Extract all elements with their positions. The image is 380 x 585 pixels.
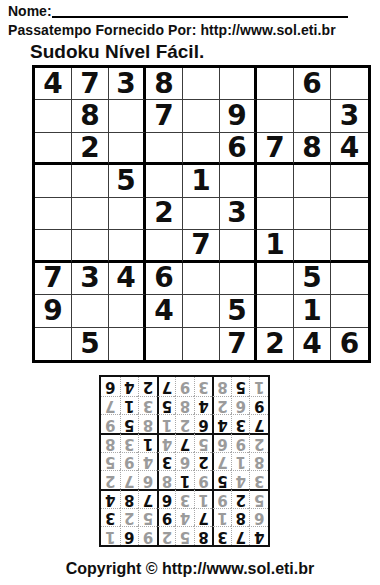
solution-cell-r9c1: 1: [249, 377, 268, 396]
cell-r9c2: 5: [72, 328, 109, 360]
sudoku-grid: 4738687932678451237173465945157246: [32, 65, 371, 363]
solution-cell-r8c5: 8: [175, 396, 194, 415]
cell-r7c3: 4: [109, 263, 146, 295]
solution-cell-r7c5: 2: [175, 414, 194, 433]
cell-r6c2[interactable]: [72, 230, 109, 262]
solution-cell-r8c9: 7: [101, 396, 120, 415]
cell-r1c5[interactable]: [183, 68, 220, 100]
cell-r6c9[interactable]: [331, 230, 368, 262]
cell-r2c2: 8: [72, 100, 109, 132]
cell-r8c5[interactable]: [183, 295, 220, 327]
solution-cell-r4c2: 4: [231, 470, 250, 489]
solution-cell-r6c6: 4: [157, 433, 176, 452]
cell-r4c4[interactable]: [146, 165, 183, 197]
solution-cell-r2c8: 2: [120, 508, 139, 527]
solution-cell-r2c2: 8: [231, 508, 250, 527]
solution-cell-r9c9: 6: [101, 377, 120, 396]
solution-cell-r9c6: 7: [157, 377, 176, 396]
solution-cell-r5c1: 8: [249, 452, 268, 471]
solution-cell-r8c4: 4: [194, 396, 213, 415]
solution-cell-r1c3: 3: [212, 526, 231, 545]
solution-cell-r9c7: 2: [138, 377, 157, 396]
solution-cell-r5c6: 3: [157, 452, 176, 471]
solution-cell-r1c6: 2: [157, 526, 176, 545]
cell-r1c1: 4: [35, 68, 72, 100]
solution-cell-r6c9: 8: [101, 433, 120, 452]
cell-r5c8[interactable]: [294, 198, 331, 230]
solution-cell-r4c5: 1: [175, 470, 194, 489]
name-blank-line[interactable]: [52, 3, 348, 18]
cell-r4c1[interactable]: [35, 165, 72, 197]
solution-cell-r3c2: 2: [231, 489, 250, 508]
cell-r1c4: 8: [146, 68, 183, 100]
cell-r2c3[interactable]: [109, 100, 146, 132]
cell-r4c9[interactable]: [331, 165, 368, 197]
cell-r4c5: 1: [183, 165, 220, 197]
solution-cell-r5c2: 1: [231, 452, 250, 471]
solution-cell-r8c1: 9: [249, 396, 268, 415]
solution-cell-r9c5: 9: [175, 377, 194, 396]
cell-r2c4: 7: [146, 100, 183, 132]
cell-r9c1[interactable]: [35, 328, 72, 360]
cell-r9c4[interactable]: [146, 328, 183, 360]
cell-r8c8: 1: [294, 295, 331, 327]
cell-r6c4[interactable]: [146, 230, 183, 262]
solution-cell-r2c9: 3: [101, 508, 120, 527]
cell-r3c2: 2: [72, 133, 109, 165]
solution-cell-r8c8: 1: [120, 396, 139, 415]
solution-cell-r8c2: 6: [231, 396, 250, 415]
cell-r9c9: 6: [331, 328, 368, 360]
cell-r8c3[interactable]: [109, 295, 146, 327]
solution-cell-r5c5: 6: [175, 452, 194, 471]
cell-r5c2[interactable]: [72, 198, 109, 230]
cell-r4c6[interactable]: [220, 165, 257, 197]
solution-cell-r6c1: 2: [249, 433, 268, 452]
page-title: Sudoku Nível Fácil.: [30, 41, 204, 63]
cell-r8c2[interactable]: [72, 295, 109, 327]
solution-cell-r9c4: 3: [194, 377, 213, 396]
cell-r5c6: 3: [220, 198, 257, 230]
cell-r2c8[interactable]: [294, 100, 331, 132]
solution-cell-r9c3: 8: [212, 377, 231, 396]
solution-cell-r3c9: 4: [101, 489, 120, 508]
solution-cell-r5c8: 9: [120, 452, 139, 471]
cell-r2c1[interactable]: [35, 100, 72, 132]
cell-r6c1[interactable]: [35, 230, 72, 262]
cell-r2c5[interactable]: [183, 100, 220, 132]
solution-cell-r2c4: 7: [194, 508, 213, 527]
cell-r6c5: 7: [183, 230, 220, 262]
solution-cell-r2c7: 5: [138, 508, 157, 527]
cell-r6c7: 1: [257, 230, 294, 262]
solution-cell-r7c8: 5: [120, 414, 139, 433]
cell-r7c6[interactable]: [220, 263, 257, 295]
cell-r7c7[interactable]: [257, 263, 294, 295]
solution-cell-r7c3: 4: [212, 414, 231, 433]
solution-cell-r3c8: 8: [120, 489, 139, 508]
solution-cell-r3c5: 3: [175, 489, 194, 508]
cell-r5c4: 2: [146, 198, 183, 230]
solution-cell-r2c1: 6: [249, 508, 268, 527]
cell-r8c4: 4: [146, 295, 183, 327]
cell-r9c6: 7: [220, 328, 257, 360]
solution-cell-r6c8: 3: [120, 433, 139, 452]
solution-cell-r7c6: 1: [157, 414, 176, 433]
solution-cell-r1c4: 8: [194, 526, 213, 545]
cell-r2c6: 9: [220, 100, 257, 132]
solution-cell-r7c9: 9: [101, 414, 120, 433]
solution-cell-r8c6: 5: [157, 396, 176, 415]
solution-cell-r2c6: 9: [157, 508, 176, 527]
cell-r7c5[interactable]: [183, 263, 220, 295]
solution-cell-r7c2: 3: [231, 414, 250, 433]
cell-r1c9[interactable]: [331, 68, 368, 100]
cell-r3c9: 4: [331, 133, 368, 165]
solution-cell-r5c4: 2: [194, 452, 213, 471]
cell-r6c6[interactable]: [220, 230, 257, 262]
cell-r9c7: 2: [257, 328, 294, 360]
cell-r5c9[interactable]: [331, 198, 368, 230]
cell-r2c9: 3: [331, 100, 368, 132]
copyright-text: Copyright © http://www.sol.eti.br: [0, 560, 380, 578]
solution-cell-r7c1: 7: [249, 414, 268, 433]
cell-r3c6: 6: [220, 133, 257, 165]
solution-cell-r3c3: 9: [212, 489, 231, 508]
solution-cell-r4c9: 2: [101, 470, 120, 489]
solution-cell-r3c6: 6: [157, 489, 176, 508]
solution-cell-r4c4: 9: [194, 470, 213, 489]
cell-r8c6: 5: [220, 295, 257, 327]
cell-r4c3: 5: [109, 165, 146, 197]
solution-cell-r4c8: 7: [120, 470, 139, 489]
solution-cell-r7c4: 6: [194, 414, 213, 433]
solution-grid: 4738529616817495235291367843459186728172…: [99, 375, 270, 547]
solution-cell-r1c2: 7: [231, 526, 250, 545]
cell-r4c7[interactable]: [257, 165, 294, 197]
cell-r3c4[interactable]: [146, 133, 183, 165]
cell-r7c9[interactable]: [331, 263, 368, 295]
solution-cell-r1c8: 6: [120, 526, 139, 545]
cell-r3c5[interactable]: [183, 133, 220, 165]
cell-r5c5[interactable]: [183, 198, 220, 230]
cell-r9c3[interactable]: [109, 328, 146, 360]
cell-r8c7[interactable]: [257, 295, 294, 327]
sudoku-worksheet-page: { "game": "sudoku", "header": { "name_la…: [0, 0, 380, 585]
solution-cell-r9c8: 4: [120, 377, 139, 396]
cell-r6c3[interactable]: [109, 230, 146, 262]
solution-cell-r5c3: 7: [212, 452, 231, 471]
solution-cell-r4c1: 3: [249, 470, 268, 489]
solution-cell-r1c1: 4: [249, 526, 268, 545]
solution-cell-r2c3: 1: [212, 508, 231, 527]
solution-cell-r4c7: 6: [138, 470, 157, 489]
cell-r9c8: 4: [294, 328, 331, 360]
cell-r3c1[interactable]: [35, 133, 72, 165]
solution-cell-r5c7: 4: [138, 452, 157, 471]
solution-cell-r6c3: 6: [212, 433, 231, 452]
solution-cell-r4c3: 5: [212, 470, 231, 489]
solution-cell-r9c2: 5: [231, 377, 250, 396]
cell-r5c7[interactable]: [257, 198, 294, 230]
solution-cell-r8c3: 2: [212, 396, 231, 415]
name-row: Nome:: [8, 3, 372, 21]
provider-line: Passatempo Fornecido Por: http://www.sol…: [8, 22, 336, 38]
solution-cell-r6c4: 5: [194, 433, 213, 452]
cell-r4c8[interactable]: [294, 165, 331, 197]
cell-r3c8: 8: [294, 133, 331, 165]
cell-r8c1: 9: [35, 295, 72, 327]
cell-r1c6[interactable]: [220, 68, 257, 100]
cell-r7c8: 5: [294, 263, 331, 295]
cell-r3c7: 7: [257, 133, 294, 165]
solution-cell-r1c5: 5: [175, 526, 194, 545]
cell-r3c3[interactable]: [109, 133, 146, 165]
cell-r5c3[interactable]: [109, 198, 146, 230]
solution-cell-r8c7: 3: [138, 396, 157, 415]
solution-cell-r3c4: 1: [194, 489, 213, 508]
cell-r5c1[interactable]: [35, 198, 72, 230]
solution-cell-r3c1: 5: [249, 489, 268, 508]
solution-cell-r6c2: 9: [231, 433, 250, 452]
solution-cell-r6c5: 7: [175, 433, 194, 452]
cell-r9c5[interactable]: [183, 328, 220, 360]
cell-r2c7[interactable]: [257, 100, 294, 132]
cell-r1c8: 6: [294, 68, 331, 100]
cell-r1c7[interactable]: [257, 68, 294, 100]
cell-r4c2[interactable]: [72, 165, 109, 197]
solution-cell-r1c7: 9: [138, 526, 157, 545]
solution-cell-r6c7: 1: [138, 433, 157, 452]
solution-cell-r5c9: 5: [101, 452, 120, 471]
cell-r1c3: 3: [109, 68, 146, 100]
name-label: Nome:: [8, 3, 52, 19]
solution-cell-r2c5: 4: [175, 508, 194, 527]
cell-r7c1: 7: [35, 263, 72, 295]
solution-cell-r7c7: 8: [138, 414, 157, 433]
cell-r7c2: 3: [72, 263, 109, 295]
solution-cell-r4c6: 8: [157, 470, 176, 489]
cell-r8c9[interactable]: [331, 295, 368, 327]
solution-cell-r1c9: 1: [101, 526, 120, 545]
solution-cell-r3c7: 7: [138, 489, 157, 508]
cell-r7c4: 6: [146, 263, 183, 295]
cell-r6c8[interactable]: [294, 230, 331, 262]
cell-r1c2: 7: [72, 68, 109, 100]
